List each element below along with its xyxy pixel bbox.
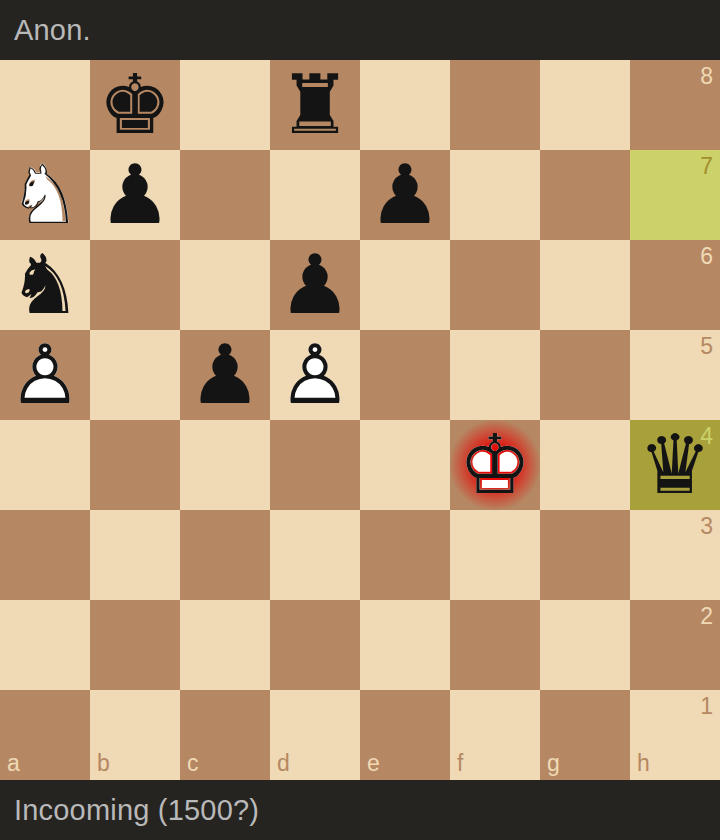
square-h4[interactable]: ♛4 bbox=[630, 420, 720, 510]
top-player-name: Anon. bbox=[14, 14, 91, 47]
file-label-d: d bbox=[277, 752, 290, 775]
square-b7[interactable]: ♟ bbox=[90, 150, 180, 240]
piece-wp-d5[interactable]: ♟♙ bbox=[270, 330, 360, 420]
square-e4[interactable] bbox=[360, 420, 450, 510]
square-e5[interactable] bbox=[360, 330, 450, 420]
square-c7[interactable] bbox=[180, 150, 270, 240]
square-f6[interactable] bbox=[450, 240, 540, 330]
square-d6[interactable]: ♟ bbox=[270, 240, 360, 330]
piece-bq-h4[interactable]: ♛ bbox=[630, 420, 720, 510]
square-h8[interactable]: 8 bbox=[630, 60, 720, 150]
square-e3[interactable] bbox=[360, 510, 450, 600]
piece-bp-d6[interactable]: ♟ bbox=[270, 240, 360, 330]
square-f2[interactable] bbox=[450, 600, 540, 690]
square-g3[interactable] bbox=[540, 510, 630, 600]
square-c6[interactable] bbox=[180, 240, 270, 330]
square-c1[interactable]: c bbox=[180, 690, 270, 780]
square-h3[interactable]: 3 bbox=[630, 510, 720, 600]
square-f4[interactable]: ♚♔ bbox=[450, 420, 540, 510]
piece-bn-a6[interactable]: ♞ bbox=[0, 240, 90, 330]
piece-wn-a7[interactable]: ♞♘ bbox=[0, 150, 90, 240]
file-label-c: c bbox=[187, 752, 199, 775]
square-b8[interactable]: ♚ bbox=[90, 60, 180, 150]
square-c4[interactable] bbox=[180, 420, 270, 510]
square-d5[interactable]: ♟♙ bbox=[270, 330, 360, 420]
square-g5[interactable] bbox=[540, 330, 630, 420]
rank-label-1: 1 bbox=[700, 695, 713, 718]
square-e1[interactable]: e bbox=[360, 690, 450, 780]
bottom-player-bar: Incooming (1500?) bbox=[0, 780, 720, 840]
square-f1[interactable]: f bbox=[450, 690, 540, 780]
piece-br-d8[interactable]: ♜ bbox=[270, 60, 360, 150]
file-label-e: e bbox=[367, 752, 380, 775]
file-label-h: h bbox=[637, 752, 650, 775]
square-b5[interactable] bbox=[90, 330, 180, 420]
square-e7[interactable]: ♟ bbox=[360, 150, 450, 240]
square-g2[interactable] bbox=[540, 600, 630, 690]
square-f5[interactable] bbox=[450, 330, 540, 420]
square-a8[interactable] bbox=[0, 60, 90, 150]
square-f3[interactable] bbox=[450, 510, 540, 600]
square-g4[interactable] bbox=[540, 420, 630, 510]
piece-wk-f4[interactable]: ♚♔ bbox=[450, 420, 540, 510]
square-g8[interactable] bbox=[540, 60, 630, 150]
piece-wp-a5[interactable]: ♟♙ bbox=[0, 330, 90, 420]
chess-board: ♚♜8♞♘♟♟7♞♟6♟♙♟♟♙5♚♔♛432abcdefg1h bbox=[0, 60, 720, 780]
square-c3[interactable] bbox=[180, 510, 270, 600]
square-g7[interactable] bbox=[540, 150, 630, 240]
square-h2[interactable]: 2 bbox=[630, 600, 720, 690]
piece-bk-b8[interactable]: ♚ bbox=[90, 60, 180, 150]
square-a3[interactable] bbox=[0, 510, 90, 600]
square-a7[interactable]: ♞♘ bbox=[0, 150, 90, 240]
square-d7[interactable] bbox=[270, 150, 360, 240]
square-c2[interactable] bbox=[180, 600, 270, 690]
square-c8[interactable] bbox=[180, 60, 270, 150]
square-e6[interactable] bbox=[360, 240, 450, 330]
square-h1[interactable]: 1h bbox=[630, 690, 720, 780]
rank-label-2: 2 bbox=[700, 605, 713, 628]
square-d3[interactable] bbox=[270, 510, 360, 600]
square-c5[interactable]: ♟ bbox=[180, 330, 270, 420]
square-d4[interactable] bbox=[270, 420, 360, 510]
file-label-b: b bbox=[97, 752, 110, 775]
square-b3[interactable] bbox=[90, 510, 180, 600]
bottom-player-name: Incooming (1500?) bbox=[14, 794, 259, 827]
square-d1[interactable]: d bbox=[270, 690, 360, 780]
square-a2[interactable] bbox=[0, 600, 90, 690]
file-label-a: a bbox=[7, 752, 20, 775]
square-b2[interactable] bbox=[90, 600, 180, 690]
square-d2[interactable] bbox=[270, 600, 360, 690]
square-f8[interactable] bbox=[450, 60, 540, 150]
square-g1[interactable]: g bbox=[540, 690, 630, 780]
square-b6[interactable] bbox=[90, 240, 180, 330]
square-f7[interactable] bbox=[450, 150, 540, 240]
square-h7[interactable]: 7 bbox=[630, 150, 720, 240]
rank-label-5: 5 bbox=[700, 335, 713, 358]
square-b1[interactable]: b bbox=[90, 690, 180, 780]
piece-bp-b7[interactable]: ♟ bbox=[90, 150, 180, 240]
square-a6[interactable]: ♞ bbox=[0, 240, 90, 330]
square-e2[interactable] bbox=[360, 600, 450, 690]
square-d8[interactable]: ♜ bbox=[270, 60, 360, 150]
square-b4[interactable] bbox=[90, 420, 180, 510]
rank-label-3: 3 bbox=[700, 515, 713, 538]
square-a1[interactable]: a bbox=[0, 690, 90, 780]
rank-label-8: 8 bbox=[700, 65, 713, 88]
square-a5[interactable]: ♟♙ bbox=[0, 330, 90, 420]
square-h5[interactable]: 5 bbox=[630, 330, 720, 420]
square-e8[interactable] bbox=[360, 60, 450, 150]
rank-label-7: 7 bbox=[700, 155, 713, 178]
square-a4[interactable] bbox=[0, 420, 90, 510]
piece-bp-e7[interactable]: ♟ bbox=[360, 150, 450, 240]
piece-bp-c5[interactable]: ♟ bbox=[180, 330, 270, 420]
file-label-g: g bbox=[547, 752, 560, 775]
rank-label-6: 6 bbox=[700, 245, 713, 268]
file-label-f: f bbox=[457, 752, 463, 775]
top-player-bar: Anon. bbox=[0, 0, 720, 60]
square-g6[interactable] bbox=[540, 240, 630, 330]
square-h6[interactable]: 6 bbox=[630, 240, 720, 330]
